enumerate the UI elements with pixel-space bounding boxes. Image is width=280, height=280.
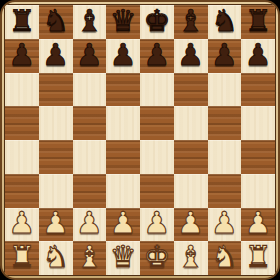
square-e2[interactable]: ♟	[140, 208, 174, 242]
square-g1[interactable]: ♞	[208, 241, 242, 275]
square-f8[interactable]: ♝	[174, 5, 208, 39]
piece-black-knight[interactable]: ♞	[42, 6, 69, 36]
square-d5[interactable]	[106, 106, 140, 140]
square-c2[interactable]: ♟	[73, 208, 107, 242]
square-e4[interactable]	[140, 140, 174, 174]
square-e8[interactable]: ♚	[140, 5, 174, 39]
square-h8[interactable]: ♜	[241, 5, 275, 39]
piece-white-queen[interactable]: ♛	[110, 242, 137, 272]
square-a3[interactable]	[5, 174, 39, 208]
square-a5[interactable]	[5, 106, 39, 140]
piece-white-pawn[interactable]: ♟	[76, 208, 103, 238]
piece-black-rook[interactable]: ♜	[8, 6, 35, 36]
square-f1[interactable]: ♝	[174, 241, 208, 275]
square-d6[interactable]	[106, 73, 140, 107]
square-a2[interactable]: ♟	[5, 208, 39, 242]
piece-white-pawn[interactable]: ♟	[177, 208, 204, 238]
square-h7[interactable]: ♟	[241, 39, 275, 73]
square-b3[interactable]	[39, 174, 73, 208]
square-h6[interactable]	[241, 73, 275, 107]
piece-white-pawn[interactable]: ♟	[42, 208, 69, 238]
square-e1[interactable]: ♚	[140, 241, 174, 275]
piece-white-king[interactable]: ♚	[143, 242, 170, 272]
square-e3[interactable]	[140, 174, 174, 208]
piece-white-bishop[interactable]: ♝	[76, 242, 103, 272]
piece-black-pawn[interactable]: ♟	[245, 40, 272, 70]
piece-white-pawn[interactable]: ♟	[143, 208, 170, 238]
square-c1[interactable]: ♝	[73, 241, 107, 275]
piece-black-bishop[interactable]: ♝	[76, 6, 103, 36]
piece-black-pawn[interactable]: ♟	[110, 40, 137, 70]
piece-black-king[interactable]: ♚	[143, 6, 170, 36]
square-c6[interactable]	[73, 73, 107, 107]
square-e6[interactable]	[140, 73, 174, 107]
piece-white-pawn[interactable]: ♟	[245, 208, 272, 238]
piece-white-pawn[interactable]: ♟	[8, 208, 35, 238]
square-c5[interactable]	[73, 106, 107, 140]
square-h3[interactable]	[241, 174, 275, 208]
square-a4[interactable]	[5, 140, 39, 174]
board-frame: ♜♞♝♛♚♝♞♜♟♟♟♟♟♟♟♟♟♟♟♟♟♟♟♟♜♞♝♛♚♝♞♜	[0, 0, 280, 280]
piece-white-knight[interactable]: ♞	[211, 242, 238, 272]
piece-black-pawn[interactable]: ♟	[76, 40, 103, 70]
chess-app-background: ♜♞♝♛♚♝♞♜♟♟♟♟♟♟♟♟♟♟♟♟♟♟♟♟♜♞♝♛♚♝♞♜	[0, 0, 280, 280]
piece-white-rook[interactable]: ♜	[245, 242, 272, 272]
square-b5[interactable]	[39, 106, 73, 140]
square-c4[interactable]	[73, 140, 107, 174]
square-g8[interactable]: ♞	[208, 5, 242, 39]
square-c7[interactable]: ♟	[73, 39, 107, 73]
square-d1[interactable]: ♛	[106, 241, 140, 275]
square-b1[interactable]: ♞	[39, 241, 73, 275]
square-c3[interactable]	[73, 174, 107, 208]
piece-black-queen[interactable]: ♛	[110, 6, 137, 36]
square-h2[interactable]: ♟	[241, 208, 275, 242]
piece-black-pawn[interactable]: ♟	[211, 40, 238, 70]
square-g5[interactable]	[208, 106, 242, 140]
square-d4[interactable]	[106, 140, 140, 174]
piece-white-knight[interactable]: ♞	[42, 242, 69, 272]
square-a6[interactable]	[5, 73, 39, 107]
piece-black-pawn[interactable]: ♟	[8, 40, 35, 70]
piece-black-bishop[interactable]: ♝	[177, 6, 204, 36]
piece-white-bishop[interactable]: ♝	[177, 242, 204, 272]
square-e7[interactable]: ♟	[140, 39, 174, 73]
piece-black-pawn[interactable]: ♟	[42, 40, 69, 70]
square-e5[interactable]	[140, 106, 174, 140]
square-b2[interactable]: ♟	[39, 208, 73, 242]
square-a1[interactable]: ♜	[5, 241, 39, 275]
piece-black-rook[interactable]: ♜	[245, 6, 272, 36]
square-h1[interactable]: ♜	[241, 241, 275, 275]
square-f6[interactable]	[174, 73, 208, 107]
square-b4[interactable]	[39, 140, 73, 174]
square-d2[interactable]: ♟	[106, 208, 140, 242]
piece-black-pawn[interactable]: ♟	[143, 40, 170, 70]
chess-board: ♜♞♝♛♚♝♞♜♟♟♟♟♟♟♟♟♟♟♟♟♟♟♟♟♜♞♝♛♚♝♞♜	[5, 5, 275, 275]
square-g3[interactable]	[208, 174, 242, 208]
piece-white-pawn[interactable]: ♟	[110, 208, 137, 238]
square-c8[interactable]: ♝	[73, 5, 107, 39]
square-g2[interactable]: ♟	[208, 208, 242, 242]
square-f2[interactable]: ♟	[174, 208, 208, 242]
square-b7[interactable]: ♟	[39, 39, 73, 73]
square-f5[interactable]	[174, 106, 208, 140]
square-d8[interactable]: ♛	[106, 5, 140, 39]
square-f3[interactable]	[174, 174, 208, 208]
square-h4[interactable]	[241, 140, 275, 174]
square-f4[interactable]	[174, 140, 208, 174]
square-g4[interactable]	[208, 140, 242, 174]
square-g7[interactable]: ♟	[208, 39, 242, 73]
piece-white-rook[interactable]: ♜	[8, 242, 35, 272]
piece-white-pawn[interactable]: ♟	[211, 208, 238, 238]
square-d7[interactable]: ♟	[106, 39, 140, 73]
square-a7[interactable]: ♟	[5, 39, 39, 73]
piece-black-knight[interactable]: ♞	[211, 6, 238, 36]
square-b8[interactable]: ♞	[39, 5, 73, 39]
square-g6[interactable]	[208, 73, 242, 107]
square-d3[interactable]	[106, 174, 140, 208]
piece-black-pawn[interactable]: ♟	[177, 40, 204, 70]
square-b6[interactable]	[39, 73, 73, 107]
square-h5[interactable]	[241, 106, 275, 140]
square-a8[interactable]: ♜	[5, 5, 39, 39]
square-f7[interactable]: ♟	[174, 39, 208, 73]
